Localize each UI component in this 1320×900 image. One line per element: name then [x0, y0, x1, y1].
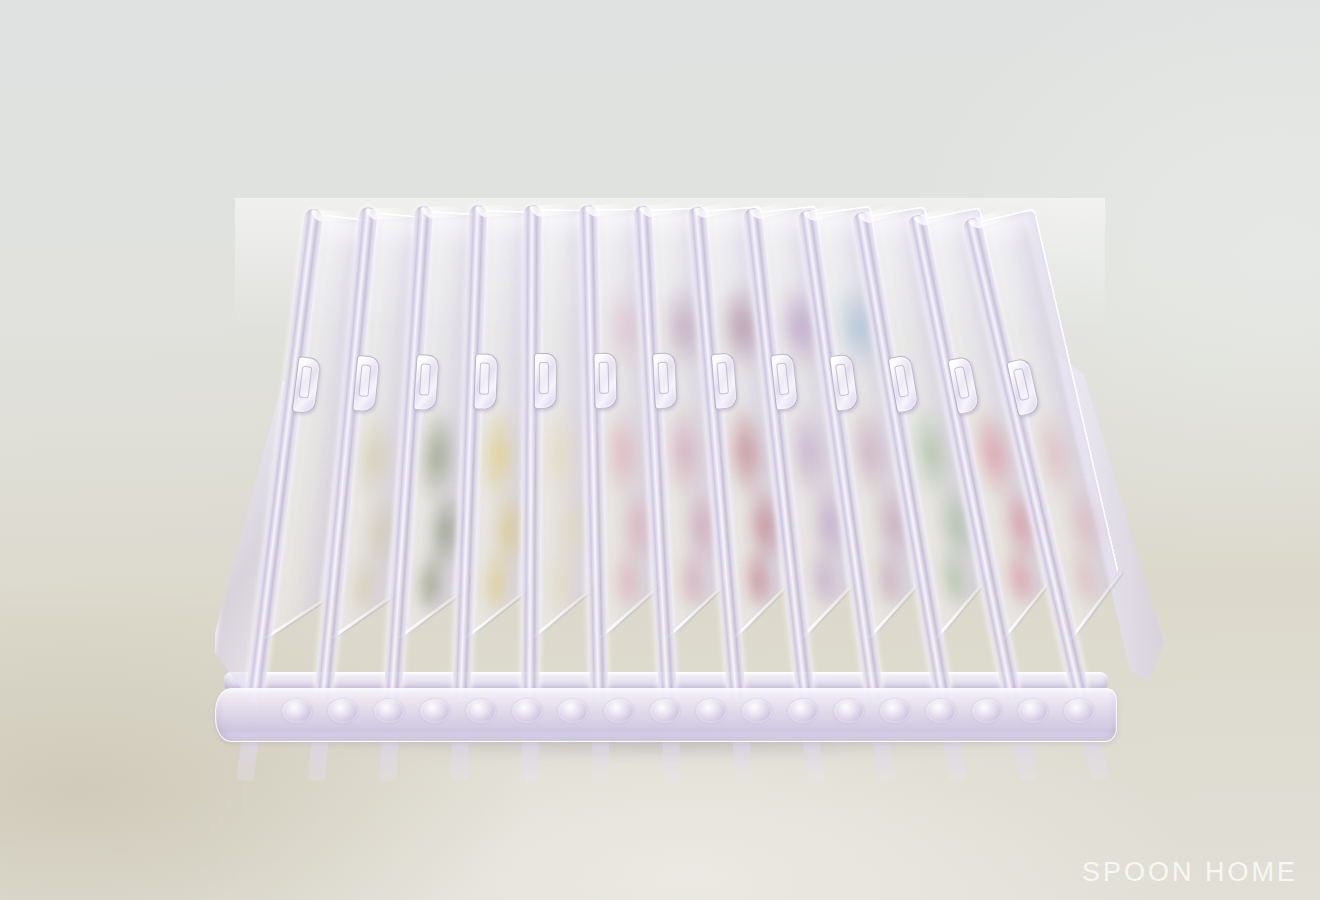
- rack-rivet: [466, 699, 496, 723]
- rack-rivet: [880, 699, 910, 723]
- case-latch: [413, 354, 440, 411]
- watermark: SPOON HOME: [1082, 857, 1298, 888]
- rack-base-front: [215, 688, 1117, 742]
- rack-rivet: [604, 699, 634, 723]
- rack-rivet: [926, 699, 956, 723]
- rack-rivet: [1064, 699, 1094, 723]
- rack-rivet: [1018, 699, 1048, 723]
- case-spine: [521, 205, 542, 699]
- rack-rivet: [374, 699, 404, 723]
- rack-rivet: [972, 699, 1002, 723]
- cases-layer: [0, 0, 1320, 900]
- rack-rivet: [558, 699, 588, 723]
- rack-rivet: [512, 699, 542, 723]
- rack-rivet: [328, 699, 358, 723]
- rack-rivet: [650, 699, 680, 723]
- case-latch: [534, 353, 557, 409]
- case-latch: [473, 353, 498, 410]
- rack-rivet: [788, 699, 818, 723]
- case-latch: [652, 352, 678, 409]
- rack-rivet: [742, 699, 772, 723]
- case-latch: [711, 352, 739, 410]
- rack-rivet: [420, 699, 450, 723]
- rack-rivet: [696, 699, 726, 723]
- photo: SPOON HOME: [0, 0, 1320, 900]
- case-latch: [593, 353, 617, 410]
- rack-rivet: [834, 699, 864, 723]
- rack-rivet: [282, 699, 312, 723]
